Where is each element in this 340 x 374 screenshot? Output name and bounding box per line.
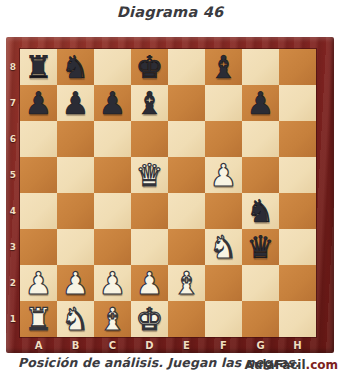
piece-black-queen: ♛ (242, 229, 279, 265)
square-a6[interactable] (20, 121, 57, 157)
square-c1[interactable]: ♝ (94, 301, 131, 337)
square-g5[interactable] (242, 157, 279, 193)
square-d8[interactable]: ♚ (131, 49, 168, 85)
square-f8[interactable]: ♝ (205, 49, 242, 85)
piece-white-pawn: ♟ (94, 265, 131, 301)
square-h6[interactable] (279, 121, 316, 157)
square-b1[interactable]: ♞ (57, 301, 94, 337)
rank-label-6: 6 (6, 121, 20, 157)
piece-white-pawn: ♟ (205, 157, 242, 193)
piece-black-rook: ♜ (20, 49, 57, 85)
square-c3[interactable] (94, 229, 131, 265)
file-label-g: G (242, 338, 279, 352)
rank-label-5: 5 (6, 157, 20, 193)
square-a4[interactable] (20, 193, 57, 229)
square-e2[interactable]: ♝ (168, 265, 205, 301)
rank-label-7: 7 (6, 85, 20, 121)
board-grid: ♜♞♚♝♟♟♟♝♟♛♟♞♞♛♟♟♟♟♝♜♞♝♚ (20, 49, 316, 337)
square-e5[interactable] (168, 157, 205, 193)
piece-black-king: ♚ (131, 49, 168, 85)
square-a2[interactable]: ♟ (20, 265, 57, 301)
square-c2[interactable]: ♟ (94, 265, 131, 301)
square-c8[interactable] (94, 49, 131, 85)
square-e8[interactable] (168, 49, 205, 85)
square-g6[interactable] (242, 121, 279, 157)
rank-label-3: 3 (6, 229, 20, 265)
file-label-d: D (131, 338, 168, 352)
square-c4[interactable] (94, 193, 131, 229)
piece-white-knight: ♞ (205, 229, 242, 265)
piece-white-pawn: ♟ (131, 265, 168, 301)
square-h7[interactable] (279, 85, 316, 121)
caption-row: Posición de análisis. Juegan las negras.… (0, 354, 340, 374)
square-g8[interactable] (242, 49, 279, 85)
square-f1[interactable] (205, 301, 242, 337)
square-h2[interactable] (279, 265, 316, 301)
piece-black-bishop: ♝ (131, 85, 168, 121)
square-d7[interactable]: ♝ (131, 85, 168, 121)
rank-label-4: 4 (6, 193, 20, 229)
chess-board-frame: 87654321 ♜♞♚♝♟♟♟♝♟♛♟♞♞♛♟♟♟♟♝♜♞♝♚ ABCDEFG… (6, 37, 334, 353)
square-d2[interactable]: ♟ (131, 265, 168, 301)
square-b7[interactable]: ♟ (57, 85, 94, 121)
square-h5[interactable] (279, 157, 316, 193)
rank-labels: 87654321 (6, 49, 20, 337)
square-a8[interactable]: ♜ (20, 49, 57, 85)
diagram-title: Diagrama 46 (0, 0, 340, 34)
piece-black-knight: ♞ (57, 49, 94, 85)
watermark: AulaFacil.com (245, 358, 338, 372)
square-d5[interactable]: ♛ (131, 157, 168, 193)
piece-white-bishop: ♝ (168, 265, 205, 301)
square-h3[interactable] (279, 229, 316, 265)
file-labels: ABCDEFGH (20, 338, 316, 352)
square-g4[interactable]: ♞ (242, 193, 279, 229)
rank-label-8: 8 (6, 49, 20, 85)
piece-white-rook: ♜ (20, 301, 57, 337)
square-h1[interactable] (279, 301, 316, 337)
square-d3[interactable] (131, 229, 168, 265)
square-e3[interactable] (168, 229, 205, 265)
piece-black-pawn: ♟ (20, 85, 57, 121)
file-label-b: B (57, 338, 94, 352)
piece-black-knight: ♞ (242, 193, 279, 229)
square-e1[interactable] (168, 301, 205, 337)
piece-black-pawn: ♟ (57, 85, 94, 121)
file-label-a: A (20, 338, 57, 352)
square-b5[interactable] (57, 157, 94, 193)
square-a3[interactable] (20, 229, 57, 265)
square-f2[interactable] (205, 265, 242, 301)
square-g3[interactable]: ♛ (242, 229, 279, 265)
file-label-f: F (205, 338, 242, 352)
square-a7[interactable]: ♟ (20, 85, 57, 121)
square-c5[interactable] (94, 157, 131, 193)
watermark-name: AulaFacil (245, 358, 306, 372)
square-f7[interactable] (205, 85, 242, 121)
piece-black-pawn: ♟ (94, 85, 131, 121)
rank-label-1: 1 (6, 301, 20, 337)
piece-white-knight: ♞ (57, 301, 94, 337)
square-a5[interactable] (20, 157, 57, 193)
square-g1[interactable] (242, 301, 279, 337)
square-f5[interactable]: ♟ (205, 157, 242, 193)
rank-label-2: 2 (6, 265, 20, 301)
watermark-tld: .com (306, 358, 338, 372)
square-d4[interactable] (131, 193, 168, 229)
square-c7[interactable]: ♟ (94, 85, 131, 121)
square-b8[interactable]: ♞ (57, 49, 94, 85)
square-e6[interactable] (168, 121, 205, 157)
piece-black-bishop: ♝ (205, 49, 242, 85)
square-g7[interactable]: ♟ (242, 85, 279, 121)
square-d1[interactable]: ♚ (131, 301, 168, 337)
square-b4[interactable] (57, 193, 94, 229)
square-b3[interactable] (57, 229, 94, 265)
square-h8[interactable] (279, 49, 316, 85)
square-b6[interactable] (57, 121, 94, 157)
square-d6[interactable] (131, 121, 168, 157)
piece-white-pawn: ♟ (20, 265, 57, 301)
piece-black-pawn: ♟ (242, 85, 279, 121)
square-h4[interactable] (279, 193, 316, 229)
file-label-e: E (168, 338, 205, 352)
file-label-h: H (279, 338, 316, 352)
file-label-c: C (94, 338, 131, 352)
square-e7[interactable] (168, 85, 205, 121)
square-b2[interactable]: ♟ (57, 265, 94, 301)
square-e4[interactable] (168, 193, 205, 229)
piece-white-bishop: ♝ (94, 301, 131, 337)
square-f3[interactable]: ♞ (205, 229, 242, 265)
page: Diagrama 46 87654321 ♜♞♚♝♟♟♟♝♟♛♟♞♞♛♟♟♟♟♝… (0, 0, 340, 374)
square-c6[interactable] (94, 121, 131, 157)
piece-white-pawn: ♟ (57, 265, 94, 301)
piece-white-king: ♚ (131, 301, 168, 337)
square-a1[interactable]: ♜ (20, 301, 57, 337)
piece-white-queen: ♛ (131, 157, 168, 193)
square-f6[interactable] (205, 121, 242, 157)
square-g2[interactable] (242, 265, 279, 301)
square-f4[interactable] (205, 193, 242, 229)
